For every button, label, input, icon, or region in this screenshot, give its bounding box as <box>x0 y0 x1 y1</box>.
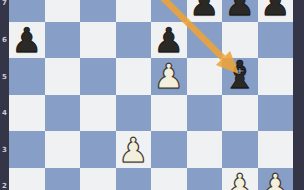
square-f6[interactable] <box>187 22 223 59</box>
black-pawn[interactable]: ♟ <box>258 0 294 22</box>
square-a5[interactable] <box>9 58 45 95</box>
black-pawn[interactable]: ♟ <box>9 22 45 59</box>
board: ♟♟♟♟♟♟♝♟♟♟ <box>9 0 293 190</box>
white-pawn[interactable]: ♟ <box>222 168 258 190</box>
square-c2[interactable] <box>80 168 116 190</box>
black-pawn[interactable]: ♟ <box>151 22 187 59</box>
square-a2[interactable] <box>9 168 45 190</box>
square-e3[interactable] <box>151 131 187 168</box>
square-f2[interactable] <box>187 168 223 190</box>
square-d6[interactable] <box>116 22 152 59</box>
rank-label-5: 5 <box>0 73 9 81</box>
rank-label-2: 2 <box>0 182 9 190</box>
square-e6[interactable]: ♟ <box>151 22 187 59</box>
white-pawn[interactable]: ♟ <box>151 58 187 95</box>
square-a7[interactable] <box>9 0 45 22</box>
square-g7[interactable]: ♟ <box>222 0 258 22</box>
square-b2[interactable] <box>45 168 81 190</box>
square-h2[interactable]: ♟ <box>258 168 294 190</box>
square-b7[interactable] <box>45 0 81 22</box>
square-d4[interactable] <box>116 95 152 132</box>
square-h5[interactable] <box>258 58 294 95</box>
square-h6[interactable] <box>258 22 294 59</box>
rank-label-3: 3 <box>0 146 9 154</box>
square-g5[interactable]: ♝ <box>222 58 258 95</box>
square-d5[interactable] <box>116 58 152 95</box>
square-e2[interactable] <box>151 168 187 190</box>
square-g3[interactable] <box>222 131 258 168</box>
white-pawn[interactable]: ♟ <box>116 131 152 168</box>
chess-board-screenshot: ♟♟♟♟♟♟♝♟♟♟ 765432 <box>0 0 304 190</box>
square-f7[interactable]: ♟ <box>187 0 223 22</box>
square-e4[interactable] <box>151 95 187 132</box>
square-d3[interactable]: ♟ <box>116 131 152 168</box>
square-h4[interactable] <box>258 95 294 132</box>
square-c5[interactable] <box>80 58 116 95</box>
square-b4[interactable] <box>45 95 81 132</box>
square-h7[interactable]: ♟ <box>258 0 294 22</box>
square-f5[interactable] <box>187 58 223 95</box>
square-h3[interactable] <box>258 131 294 168</box>
square-a6[interactable]: ♟ <box>9 22 45 59</box>
square-d7[interactable] <box>116 0 152 22</box>
square-c4[interactable] <box>80 95 116 132</box>
square-a4[interactable] <box>9 95 45 132</box>
square-b3[interactable] <box>45 131 81 168</box>
black-pawn[interactable]: ♟ <box>222 0 258 22</box>
white-pawn[interactable]: ♟ <box>258 168 294 190</box>
black-pawn[interactable]: ♟ <box>187 0 223 22</box>
rank-label-6: 6 <box>0 36 9 44</box>
square-g4[interactable] <box>222 95 258 132</box>
rank-label-4: 4 <box>0 109 9 117</box>
square-d2[interactable] <box>116 168 152 190</box>
square-c6[interactable] <box>80 22 116 59</box>
square-a3[interactable] <box>9 131 45 168</box>
square-c3[interactable] <box>80 131 116 168</box>
square-b5[interactable] <box>45 58 81 95</box>
square-f3[interactable] <box>187 131 223 168</box>
square-g6[interactable] <box>222 22 258 59</box>
square-c7[interactable] <box>80 0 116 22</box>
square-e7[interactable] <box>151 0 187 22</box>
square-b6[interactable] <box>45 22 81 59</box>
black-bishop[interactable]: ♝ <box>222 58 258 95</box>
square-f4[interactable] <box>187 95 223 132</box>
rank-label-7: 7 <box>0 0 9 7</box>
square-g2[interactable]: ♟ <box>222 168 258 190</box>
square-e5[interactable]: ♟ <box>151 58 187 95</box>
